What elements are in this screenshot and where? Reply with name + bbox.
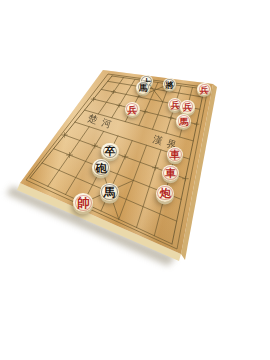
- piece-character: 兵: [171, 100, 180, 109]
- piece-character: 車: [170, 150, 180, 160]
- piece-character: 馬: [103, 187, 115, 199]
- photo-background: 楚河漢界 士將兵馬兵兵兵馬車卒車砲炮馬帥: [0, 0, 270, 360]
- piece-character: 帥: [77, 197, 89, 209]
- piece-character: 砲: [96, 163, 107, 174]
- piece-character: 馬: [139, 83, 148, 92]
- piece-red-cannon[interactable]: 炮: [156, 185, 174, 202]
- piece-red-soldier[interactable]: 兵: [197, 83, 211, 96]
- piece-character: 車: [165, 168, 176, 179]
- piece-red-soldier[interactable]: 兵: [125, 102, 140, 116]
- piece-red-soldier[interactable]: 兵: [180, 100, 194, 114]
- piece-character: 兵: [183, 103, 192, 112]
- piece-character: 兵: [200, 85, 208, 93]
- piece-character: 兵: [128, 104, 137, 113]
- piece-black-soldier[interactable]: 卒: [101, 143, 118, 159]
- piece-black-horse[interactable]: 馬: [100, 183, 119, 201]
- piece-character: 炮: [160, 188, 171, 199]
- piece-character: 將: [165, 80, 173, 88]
- piece-character: 卒: [105, 147, 116, 158]
- piece-character: 馬: [179, 117, 188, 126]
- piece-black-horse[interactable]: 馬: [136, 81, 150, 94]
- board-photo-svg: 楚河漢界: [0, 0, 270, 360]
